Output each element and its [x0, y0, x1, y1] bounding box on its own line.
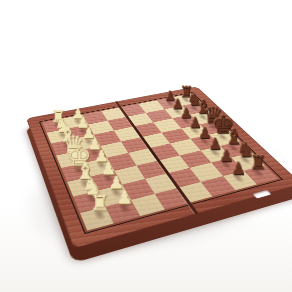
square-g6[interactable] — [190, 163, 223, 182]
chess-set-photo: ♜♞♝♛♚♝♞♜♟♟♟♟♟♟♟♟♟♟♟♟♟♟♟♟♜♞♝♛♚♝♞♜ — [0, 0, 292, 292]
chess-board: ♜♞♝♛♚♝♞♜♟♟♟♟♟♟♟♟♟♟♟♟♟♟♟♟♜♞♝♛♚♝♞♜ — [26, 86, 292, 248]
square-g4[interactable] — [146, 173, 179, 193]
square-h6[interactable] — [201, 176, 235, 197]
black-pawn-h7[interactable]: ♟ — [222, 160, 255, 177]
scene: ♜♞♝♛♚♝♞♜♟♟♟♟♟♟♟♟♟♟♟♟♟♟♟♟♜♞♝♛♚♝♞♜ — [0, 0, 292, 292]
square-f6[interactable] — [180, 150, 211, 168]
white-rook-h1[interactable]: ♜ — [82, 191, 118, 214]
